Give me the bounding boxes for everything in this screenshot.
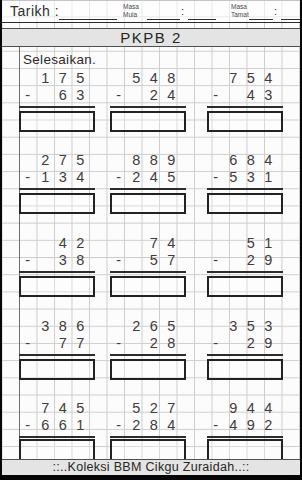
digit-cell (19, 400, 37, 417)
digit-cell: 4 (260, 152, 278, 169)
minuend-row: 175 (19, 70, 89, 87)
digit-cell: 4 (163, 87, 181, 104)
minus-sign: - (110, 335, 128, 352)
minus-sign: - (110, 417, 128, 434)
digit-cell: 2 (242, 335, 260, 352)
answer-box[interactable] (110, 439, 186, 460)
digit-cell: 1 (260, 169, 278, 186)
minus-sign: - (19, 335, 37, 352)
subtraction-problem: 944-492 (207, 400, 283, 460)
digit-cell (110, 70, 128, 87)
digit-cell: 4 (72, 169, 90, 186)
subtrahend-row: -24 (110, 87, 180, 104)
digit-cell (207, 152, 225, 169)
digit-cell (128, 235, 146, 252)
subtraction-line (207, 436, 283, 438)
digit-cell (19, 235, 37, 252)
minuend-row: 527 (110, 400, 180, 417)
digit-cell (110, 235, 128, 252)
answer-box[interactable] (110, 111, 186, 132)
digit-cell: 5 (242, 235, 260, 252)
subtrahend-row: -29 (207, 335, 277, 352)
digit-cell (19, 152, 37, 169)
minus-sign: - (19, 252, 37, 269)
digit-cell: 2 (145, 400, 163, 417)
subtraction-line (19, 354, 95, 356)
digit-cell: 2 (128, 169, 146, 186)
subtrahend-row: -245 (110, 169, 180, 186)
subtraction-problem: 275-134 (19, 152, 95, 214)
subtraction-line (207, 354, 283, 356)
digit-cell: 2 (260, 417, 278, 434)
minuend-row: 684 (207, 152, 277, 169)
digit-cell: 5 (163, 169, 181, 186)
digit-cell: 3 (260, 87, 278, 104)
subtraction-problem: 42-38 (19, 235, 95, 297)
digit-cell (110, 400, 128, 417)
subtraction-line (19, 271, 95, 273)
digit-cell: 9 (242, 417, 260, 434)
subtraction-line (110, 188, 186, 190)
answer-box[interactable] (19, 193, 95, 214)
subtraction-problem: 74-57 (110, 235, 186, 297)
subtraction-line (110, 106, 186, 108)
minus-sign: - (110, 169, 128, 186)
digit-cell: 7 (54, 335, 72, 352)
subtraction-line (207, 188, 283, 190)
subtrahend-row: -134 (19, 169, 89, 186)
answer-box[interactable] (207, 439, 283, 460)
digit-cell: 9 (260, 335, 278, 352)
digit-cell: 5 (72, 70, 90, 87)
digit-cell (128, 87, 146, 104)
digit-cell: 8 (128, 152, 146, 169)
subtraction-line (207, 271, 283, 273)
digit-cell (37, 87, 55, 104)
minuend-row: 42 (19, 235, 89, 252)
digit-cell: 2 (128, 417, 146, 434)
digit-cell: 8 (145, 152, 163, 169)
digit-cell: 5 (72, 152, 90, 169)
digit-cell: 8 (54, 318, 72, 335)
subtraction-problem: 745-661 (19, 400, 95, 460)
digit-cell: 9 (260, 252, 278, 269)
answer-box[interactable] (207, 193, 283, 214)
digit-cell: 1 (37, 169, 55, 186)
digit-cell: 6 (37, 417, 55, 434)
digit-cell (207, 400, 225, 417)
minuend-row: 265 (110, 318, 180, 335)
digit-cell: 4 (54, 400, 72, 417)
subtraction-problem: 889-245 (110, 152, 186, 214)
answer-box[interactable] (207, 276, 283, 297)
digit-cell (37, 335, 55, 352)
subtraction-line (19, 436, 95, 438)
digit-cell: 5 (128, 70, 146, 87)
digit-cell: 3 (37, 318, 55, 335)
subtrahend-row: -57 (110, 252, 180, 269)
digit-cell: 5 (163, 318, 181, 335)
digit-cell: 4 (163, 235, 181, 252)
minuend-row: 745 (19, 400, 89, 417)
digit-cell: 5 (145, 252, 163, 269)
subtraction-line (207, 106, 283, 108)
subtraction-problem: 527-284 (110, 400, 186, 460)
phone-screen-frame: Tarikh : Masa Mula : Masa Tamat : PKPB 2… (0, 0, 302, 480)
digit-cell: 8 (163, 335, 181, 352)
minus-sign: - (207, 335, 225, 352)
digit-cell (128, 252, 146, 269)
minuend-row: 74 (110, 235, 180, 252)
subtrahend-row: -492 (207, 417, 277, 434)
subtraction-problem: 175-63 (19, 70, 95, 132)
minuend-row: 386 (19, 318, 89, 335)
digit-cell: 3 (54, 252, 72, 269)
digit-cell: 7 (163, 252, 181, 269)
subtrahend-row: -29 (207, 252, 277, 269)
subtraction-line (110, 271, 186, 273)
digit-cell: 8 (242, 152, 260, 169)
digit-cell: 1 (260, 235, 278, 252)
digit-cell: 2 (72, 235, 90, 252)
minuend-row: 889 (110, 152, 180, 169)
digit-cell: 7 (37, 400, 55, 417)
subtraction-problem: 386-77 (19, 318, 95, 380)
digit-cell (225, 235, 243, 252)
digit-cell: 6 (145, 318, 163, 335)
digit-cell: 3 (260, 318, 278, 335)
footer-bar: ::..Koleksi BBM Cikgu Zuraidah..:: (2, 459, 300, 476)
subtrahend-row: -28 (110, 335, 180, 352)
minuend-row: 548 (110, 70, 180, 87)
digit-cell: 5 (242, 70, 260, 87)
subtraction-problem: 353-29 (207, 318, 283, 380)
digit-cell: 7 (225, 70, 243, 87)
digit-cell: 5 (225, 169, 243, 186)
minus-sign: - (207, 417, 225, 434)
digit-cell: 9 (163, 152, 181, 169)
digit-cell (19, 318, 37, 335)
problems-area: 175-63548-24754-43275-134889-245684-5314… (2, 1, 300, 475)
minus-sign: - (19, 87, 37, 104)
minus-sign: - (19, 417, 37, 434)
answer-box[interactable] (19, 359, 95, 380)
digit-cell: 3 (242, 169, 260, 186)
digit-cell: 8 (145, 417, 163, 434)
minuend-row: 944 (207, 400, 277, 417)
digit-cell: 8 (163, 70, 181, 87)
digit-cell: 4 (242, 400, 260, 417)
digit-cell: 4 (145, 70, 163, 87)
digit-cell (225, 87, 243, 104)
subtrahend-row: -77 (19, 335, 89, 352)
digit-cell: 4 (54, 235, 72, 252)
subtraction-problem: 684-531 (207, 152, 283, 214)
digit-cell: 7 (72, 335, 90, 352)
digit-cell: 2 (145, 87, 163, 104)
digit-cell (110, 152, 128, 169)
digit-cell: 4 (163, 417, 181, 434)
minuend-row: 51 (207, 235, 277, 252)
digit-cell: 4 (145, 169, 163, 186)
subtrahend-row: -63 (19, 87, 89, 104)
subtraction-problem: 265-28 (110, 318, 186, 380)
minus-sign: - (110, 252, 128, 269)
subtraction-line (110, 354, 186, 356)
digit-cell: 7 (145, 235, 163, 252)
minus-sign: - (207, 169, 225, 186)
minuend-row: 353 (207, 318, 277, 335)
digit-cell (225, 335, 243, 352)
digit-cell: 5 (242, 318, 260, 335)
digit-cell: 2 (145, 335, 163, 352)
subtraction-line (19, 188, 95, 190)
subtraction-problem: 51-29 (207, 235, 283, 297)
digit-cell: 2 (37, 152, 55, 169)
answer-box[interactable] (110, 193, 186, 214)
digit-cell: 7 (54, 70, 72, 87)
worksheet-page: Tarikh : Masa Mula : Masa Tamat : PKPB 2… (2, 0, 300, 475)
digit-cell: 4 (225, 417, 243, 434)
digit-cell: 9 (225, 400, 243, 417)
digit-cell (207, 70, 225, 87)
digit-cell: 1 (37, 70, 55, 87)
digit-cell: 8 (72, 252, 90, 269)
digit-cell: 3 (54, 169, 72, 186)
answer-box[interactable] (110, 359, 186, 380)
subtrahend-row: -38 (19, 252, 89, 269)
footer-credit: ::..Koleksi BBM Cikgu Zuraidah..:: (52, 460, 249, 474)
answer-box[interactable] (207, 111, 283, 132)
digit-cell (37, 235, 55, 252)
subtrahend-row: -661 (19, 417, 89, 434)
subtraction-problem: 548-24 (110, 70, 186, 132)
digit-cell: 4 (260, 70, 278, 87)
subtraction-problem: 754-43 (207, 70, 283, 132)
digit-cell: 2 (128, 318, 146, 335)
digit-cell: 7 (54, 152, 72, 169)
minuend-row: 754 (207, 70, 277, 87)
digit-cell: 3 (225, 318, 243, 335)
digit-cell (37, 252, 55, 269)
minus-sign: - (207, 252, 225, 269)
minus-sign: - (110, 87, 128, 104)
digit-cell: 5 (72, 400, 90, 417)
digit-cell: 1 (72, 417, 90, 434)
answer-box[interactable] (110, 276, 186, 297)
answer-box[interactable] (207, 359, 283, 380)
digit-cell (207, 235, 225, 252)
minus-sign: - (19, 169, 37, 186)
answer-box[interactable] (19, 111, 95, 132)
digit-cell: 5 (128, 400, 146, 417)
digit-cell: 7 (163, 400, 181, 417)
minuend-row: 275 (19, 152, 89, 169)
digit-cell: 6 (54, 417, 72, 434)
subtrahend-row: -43 (207, 87, 277, 104)
digit-cell: 3 (72, 87, 90, 104)
digit-cell (225, 252, 243, 269)
digit-cell: 4 (242, 87, 260, 104)
digit-cell: 6 (72, 318, 90, 335)
digit-cell (19, 70, 37, 87)
digit-cell: 2 (242, 252, 260, 269)
subtraction-line (19, 106, 95, 108)
digit-cell: 6 (225, 152, 243, 169)
digit-cell (110, 318, 128, 335)
answer-box[interactable] (19, 439, 95, 460)
subtrahend-row: -531 (207, 169, 277, 186)
subtrahend-row: -284 (110, 417, 180, 434)
digit-cell: 6 (54, 87, 72, 104)
answer-box[interactable] (19, 276, 95, 297)
subtraction-line (110, 436, 186, 438)
digit-cell (207, 318, 225, 335)
digit-cell (128, 335, 146, 352)
digit-cell: 4 (260, 400, 278, 417)
minus-sign: - (207, 87, 225, 104)
